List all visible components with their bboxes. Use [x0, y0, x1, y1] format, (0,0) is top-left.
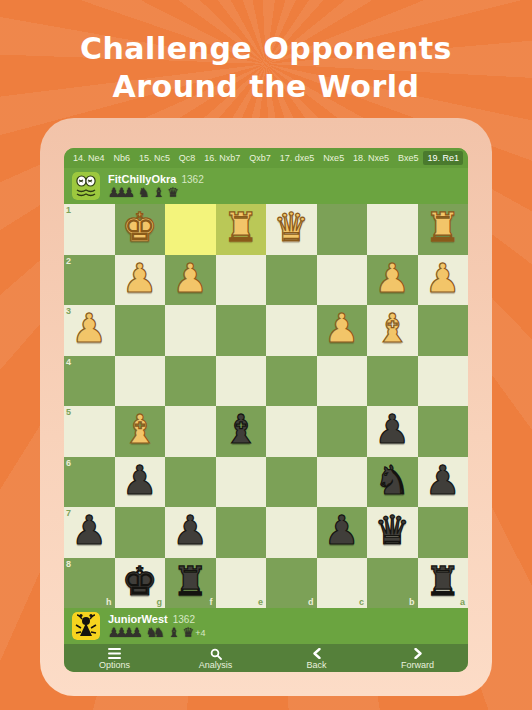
square-e5[interactable]: ♝: [216, 406, 267, 457]
square-e3[interactable]: [216, 305, 267, 356]
black-pawn: ♟: [374, 409, 410, 449]
square-b4[interactable]: [367, 356, 418, 407]
file-label-d: d: [308, 597, 314, 607]
white-pawn: ♟: [425, 258, 461, 298]
black-pawn: ♟: [324, 510, 360, 550]
move-item[interactable]: Nxe5: [319, 151, 348, 165]
square-a3[interactable]: [418, 305, 469, 356]
white-queen: ♛: [273, 207, 309, 247]
square-g7[interactable]: [115, 507, 166, 558]
tablet-frame: 14. Ne4Nb615. Nc5Qc816. Nxb7Qxb717. dxe5…: [40, 118, 492, 696]
headline-line2: Around the World: [0, 68, 532, 106]
white-rook: ♜: [425, 207, 461, 247]
square-d5[interactable]: [266, 406, 317, 457]
black-pawn: ♟: [71, 510, 107, 550]
file-label-a: a: [460, 597, 465, 607]
move-item[interactable]: 17. dxe5: [276, 151, 319, 165]
square-b6[interactable]: ♞: [367, 457, 418, 508]
move-item[interactable]: 19. Re1: [423, 151, 463, 165]
square-g3[interactable]: [115, 305, 166, 356]
white-pawn: ♟: [324, 308, 360, 348]
square-h2[interactable]: 2: [64, 255, 115, 306]
move-item[interactable]: 18. Nxe5: [349, 151, 393, 165]
square-d2[interactable]: [266, 255, 317, 306]
move-item[interactable]: Qxb7: [245, 151, 275, 165]
square-c5[interactable]: [317, 406, 368, 457]
rank-label-8: 8: [66, 559, 71, 569]
square-a2[interactable]: ♟: [418, 255, 469, 306]
user-player-bar: JuniorWest 1362 ♟♟♟♟♞♞♝♛+4: [64, 608, 468, 644]
square-a4[interactable]: [418, 356, 469, 407]
rank-label-5: 5: [66, 407, 71, 417]
square-e1[interactable]: ♜: [216, 204, 267, 255]
square-b5[interactable]: ♟: [367, 406, 418, 457]
headline: Challenge Opponents Around the World: [0, 30, 532, 107]
rank-label-3: 3: [66, 306, 71, 316]
square-b3[interactable]: ♝: [367, 305, 418, 356]
square-g1[interactable]: ♚: [115, 204, 166, 255]
square-f6[interactable]: [165, 457, 216, 508]
move-item[interactable]: 16. Nxb7: [200, 151, 244, 165]
chevron-left-icon: [313, 648, 321, 659]
square-h4[interactable]: 4: [64, 356, 115, 407]
analysis-button[interactable]: Analysis: [165, 646, 266, 670]
square-e7[interactable]: [216, 507, 267, 558]
square-e8[interactable]: e: [216, 558, 267, 609]
opponent-rating: 1362: [181, 174, 203, 186]
square-a8[interactable]: a♜: [418, 558, 469, 609]
file-label-e: e: [258, 597, 263, 607]
white-pawn: ♟: [172, 258, 208, 298]
user-avatar[interactable]: [72, 612, 100, 640]
white-pawn: ♟: [374, 258, 410, 298]
square-a5[interactable]: [418, 406, 469, 457]
headline-line1: Challenge Opponents: [0, 30, 532, 68]
move-item[interactable]: Qc8: [175, 151, 200, 165]
square-f8[interactable]: f♜: [165, 558, 216, 609]
square-b7[interactable]: ♛: [367, 507, 418, 558]
square-h7[interactable]: 7♟: [64, 507, 115, 558]
captured-n: ♞: [138, 186, 146, 200]
opponent-player-bar: FitChillyOkra 1362 ♟♟♟♞♝♛: [64, 168, 468, 204]
square-f2[interactable]: ♟: [165, 255, 216, 306]
back-label: Back: [306, 661, 326, 670]
captured-q: ♛: [183, 626, 191, 640]
move-item[interactable]: 14. Ne4: [69, 151, 109, 165]
captured-q: ♛: [167, 186, 175, 200]
square-c3[interactable]: ♟: [317, 305, 368, 356]
file-label-f: f: [210, 597, 213, 607]
square-b8[interactable]: b: [367, 558, 418, 609]
black-queen: ♛: [374, 510, 410, 550]
black-king: ♚: [122, 561, 158, 601]
move-item[interactable]: Nb6: [109, 151, 134, 165]
captured-p: ♟♟♟: [108, 186, 131, 200]
black-rook: ♜: [425, 561, 461, 601]
square-f5[interactable]: [165, 406, 216, 457]
square-d1[interactable]: ♛: [266, 204, 317, 255]
white-pawn: ♟: [71, 308, 107, 348]
square-e4[interactable]: [216, 356, 267, 407]
square-f7[interactable]: ♟: [165, 507, 216, 558]
file-label-c: c: [359, 597, 364, 607]
square-h8[interactable]: 8h: [64, 558, 115, 609]
rank-label-1: 1: [66, 205, 71, 215]
square-h3[interactable]: 3♟: [64, 305, 115, 356]
chess-board: 1♚♜♛♜2♟♟♟♟3♟♟♝45♝♝♟6♟♞♟7♟♟♟♛8hg♚f♜edcba♜: [64, 204, 468, 608]
chess-app-screen: 14. Ne4Nb615. Nc5Qc816. Nxb7Qxb717. dxe5…: [64, 148, 468, 672]
menu-icon: [108, 648, 121, 659]
square-g2[interactable]: ♟: [115, 255, 166, 306]
square-a7[interactable]: [418, 507, 469, 558]
black-pawn: ♟: [425, 460, 461, 500]
black-knight: ♞: [374, 460, 410, 500]
square-f4[interactable]: [165, 356, 216, 407]
black-pawn: ♟: [122, 460, 158, 500]
black-bishop: ♝: [223, 409, 259, 449]
square-h5[interactable]: 5: [64, 406, 115, 457]
black-pawn: ♟: [172, 510, 208, 550]
square-d7[interactable]: [266, 507, 317, 558]
square-g5[interactable]: ♝: [115, 406, 166, 457]
square-a1[interactable]: ♜: [418, 204, 469, 255]
white-rook: ♜: [223, 207, 259, 247]
white-king: ♚: [122, 207, 158, 247]
square-c2[interactable]: [317, 255, 368, 306]
square-d3[interactable]: [266, 305, 317, 356]
move-list-bar: 14. Ne4Nb615. Nc5Qc816. Nxb7Qxb717. dxe5…: [64, 148, 468, 168]
square-c8[interactable]: c: [317, 558, 368, 609]
file-label-b: b: [409, 597, 415, 607]
black-rook: ♜: [172, 561, 208, 601]
options-label: Options: [99, 661, 130, 670]
captured-p: ♟♟♟♟: [108, 626, 139, 640]
square-b1[interactable]: [367, 204, 418, 255]
square-d4[interactable]: [266, 356, 317, 407]
rank-label-6: 6: [66, 458, 71, 468]
search-icon: [210, 648, 222, 659]
user-name[interactable]: JuniorWest: [108, 613, 168, 625]
white-pawn: ♟: [122, 258, 158, 298]
rank-label-2: 2: [66, 256, 71, 266]
white-bishop: ♝: [122, 409, 158, 449]
square-f3[interactable]: [165, 305, 216, 356]
move-item[interactable]: Bxe5: [394, 151, 423, 165]
square-g8[interactable]: g♚: [115, 558, 166, 609]
square-e6[interactable]: [216, 457, 267, 508]
square-c4[interactable]: [317, 356, 368, 407]
captured-b: ♝: [168, 626, 176, 640]
square-c1[interactable]: [317, 204, 368, 255]
user-captured-pieces: ♟♟♟♟♞♞♝♛+4: [108, 626, 206, 640]
analysis-label: Analysis: [199, 661, 233, 670]
square-c7[interactable]: ♟: [317, 507, 368, 558]
square-d6[interactable]: [266, 457, 317, 508]
user-rating: 1362: [173, 614, 195, 626]
square-a6[interactable]: ♟: [418, 457, 469, 508]
forward-button[interactable]: Forward: [367, 646, 468, 670]
square-h6[interactable]: 6: [64, 457, 115, 508]
square-d8[interactable]: d: [266, 558, 317, 609]
square-g4[interactable]: [115, 356, 166, 407]
square-c6[interactable]: [317, 457, 368, 508]
square-b2[interactable]: ♟: [367, 255, 418, 306]
square-e2[interactable]: [216, 255, 267, 306]
forward-label: Forward: [401, 661, 434, 670]
rank-label-4: 4: [66, 357, 71, 367]
opponent-avatar[interactable]: [72, 172, 100, 200]
square-f1[interactable]: [165, 204, 216, 255]
rank-label-7: 7: [66, 508, 71, 518]
material-advantage: +4: [195, 626, 205, 640]
options-button[interactable]: Options: [64, 646, 165, 670]
back-button[interactable]: Back: [266, 646, 367, 670]
white-bishop: ♝: [374, 308, 410, 348]
bottom-toolbar: Options Analysis Back Forward: [64, 644, 468, 672]
captured-b: ♝: [153, 186, 161, 200]
opponent-name[interactable]: FitChillyOkra: [108, 173, 176, 185]
file-label-h: h: [106, 597, 112, 607]
move-item[interactable]: 15. Nc5: [135, 151, 174, 165]
square-g6[interactable]: ♟: [115, 457, 166, 508]
square-h1[interactable]: 1: [64, 204, 115, 255]
captured-n: ♞♞: [146, 626, 161, 640]
chevron-right-icon: [414, 648, 422, 659]
opponent-captured-pieces: ♟♟♟♞♝♛: [108, 186, 204, 200]
